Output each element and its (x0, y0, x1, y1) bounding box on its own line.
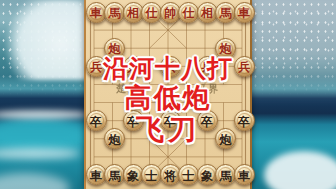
piece-red-horse[interactable]: 馬 (215, 2, 236, 23)
piece-black-soldier[interactable]: 卒 (234, 110, 255, 131)
piece-red-soldier[interactable]: 兵 (160, 56, 181, 77)
piece-red-cannon[interactable]: 炮 (215, 38, 236, 59)
piece-glyph: 象 (127, 169, 139, 181)
piece-glyph: 兵 (127, 61, 139, 73)
piece-glyph: 車 (238, 7, 250, 19)
piece-black-soldier[interactable]: 卒 (123, 110, 144, 131)
wave-left (0, 118, 88, 152)
piece-glyph: 車 (90, 169, 102, 181)
piece-glyph: 卒 (164, 115, 176, 127)
wave-splash-right-lower (264, 151, 336, 189)
piece-red-chariot[interactable]: 車 (234, 2, 255, 23)
piece-red-soldier[interactable]: 兵 (123, 56, 144, 77)
piece-red-soldier[interactable]: 兵 (197, 56, 218, 77)
screenshot-stage: 楚河 汉界 車馬相仕帥仕相馬車炮炮兵兵兵兵兵卒卒卒卒卒炮炮車馬象士将士象馬車 沿… (0, 0, 336, 189)
piece-black-soldier[interactable]: 卒 (86, 110, 107, 131)
river-label-left: 楚河 (116, 82, 140, 96)
piece-glyph: 象 (201, 169, 213, 181)
piece-glyph: 炮 (109, 133, 121, 145)
piece-glyph: 車 (238, 169, 250, 181)
piece-red-horse[interactable]: 馬 (104, 2, 125, 23)
piece-glyph: 馬 (109, 169, 121, 181)
piece-glyph: 将 (164, 169, 176, 181)
piece-glyph: 車 (90, 7, 102, 19)
river-label-right: 汉界 (196, 82, 220, 96)
foam-streak (0, 148, 81, 159)
piece-glyph: 卒 (238, 115, 250, 127)
piece-red-cannon[interactable]: 炮 (104, 38, 125, 59)
piece-glyph: 炮 (220, 133, 232, 145)
foam-bottom-left (0, 173, 70, 189)
piece-glyph: 兵 (238, 61, 250, 73)
piece-glyph: 帥 (164, 7, 176, 19)
xiangqi-board[interactable]: 楚河 汉界 車馬相仕帥仕相馬車炮炮兵兵兵兵兵卒卒卒卒卒炮炮車馬象士将士象馬車 (84, 0, 252, 189)
piece-red-soldier[interactable]: 兵 (86, 56, 107, 77)
piece-glyph: 馬 (220, 7, 232, 19)
piece-red-soldier[interactable]: 兵 (234, 56, 255, 77)
piece-glyph: 士 (183, 169, 195, 181)
piece-glyph: 炮 (109, 43, 121, 55)
piece-glyph: 卒 (90, 115, 102, 127)
piece-black-soldier[interactable]: 卒 (197, 110, 218, 131)
piece-glyph: 兵 (201, 61, 213, 73)
piece-glyph: 相 (127, 7, 139, 19)
piece-black-soldier[interactable]: 卒 (160, 110, 181, 131)
piece-glyph: 卒 (201, 115, 213, 127)
piece-glyph: 馬 (220, 169, 232, 181)
piece-glyph: 兵 (90, 61, 102, 73)
piece-glyph: 仕 (183, 7, 195, 19)
piece-red-advisor[interactable]: 仕 (178, 2, 199, 23)
piece-glyph: 士 (146, 169, 158, 181)
piece-glyph: 相 (201, 7, 213, 19)
piece-red-advisor[interactable]: 仕 (141, 2, 162, 23)
piece-black-chariot[interactable]: 車 (234, 164, 255, 185)
foam-streak (0, 110, 90, 119)
piece-glyph: 炮 (220, 43, 232, 55)
piece-glyph: 兵 (164, 61, 176, 73)
board-grid (84, 0, 252, 189)
piece-glyph: 馬 (109, 7, 121, 19)
piece-glyph: 卒 (127, 115, 139, 127)
piece-glyph: 仕 (146, 7, 158, 19)
